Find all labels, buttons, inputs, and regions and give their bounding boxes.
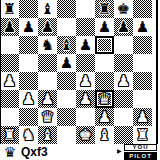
- square-g1[interactable]: [114, 126, 133, 144]
- square-b5[interactable]: [19, 54, 38, 72]
- piece-white-rook: ♜: [3, 126, 16, 144]
- square-h4[interactable]: [133, 72, 152, 90]
- square-b1[interactable]: ♞: [19, 126, 38, 144]
- piece-black-pawn: ♟: [41, 18, 54, 36]
- piece-black-queen: ♛: [98, 90, 111, 108]
- square-b2[interactable]: [19, 108, 38, 126]
- piece-black-pawn: ♟: [22, 18, 35, 36]
- square-h7[interactable]: ♟: [133, 18, 152, 36]
- square-c7[interactable]: ♟: [38, 18, 57, 36]
- square-a7[interactable]: ♟: [0, 18, 19, 36]
- square-e5[interactable]: [76, 54, 95, 72]
- square-f3[interactable]: ♛: [95, 90, 114, 108]
- square-b6[interactable]: [19, 36, 38, 54]
- piece-white-pawn: ♟: [22, 90, 35, 108]
- square-a2[interactable]: [0, 108, 19, 126]
- square-c4[interactable]: [38, 72, 57, 90]
- square-g8[interactable]: ♚: [114, 0, 133, 18]
- piece-white-king: ♚: [79, 126, 92, 144]
- chess-board[interactable]: ♜♝♜♚♟♟♟♟♟♟♞♝♟♟♟♟♟♟♟♟♛♛♟♟♜♞♝♚♝♜: [0, 0, 152, 144]
- piece-white-rook: ♜: [136, 126, 149, 144]
- piece-white-pawn: ♟: [136, 108, 149, 126]
- board-left-border: [0, 0, 1, 144]
- square-a3[interactable]: [0, 90, 19, 108]
- square-c6[interactable]: ♞: [38, 36, 57, 54]
- turn-indicator-arrow-icon: ▶: [117, 148, 122, 154]
- square-e8[interactable]: [76, 0, 95, 18]
- piece-white-pawn: ♟: [3, 72, 16, 90]
- square-a1[interactable]: ♜: [0, 126, 19, 144]
- piece-black-pawn: ♟: [3, 18, 16, 36]
- square-d6[interactable]: ♝: [57, 36, 76, 54]
- square-g5[interactable]: [114, 54, 133, 72]
- square-e4[interactable]: ♟: [76, 72, 95, 90]
- board-right-border: [156, 0, 158, 144]
- square-g2[interactable]: [114, 108, 133, 126]
- piece-black-pawn: ♟: [79, 36, 92, 54]
- square-f2[interactable]: ♟: [95, 108, 114, 126]
- square-h2[interactable]: ♟: [133, 108, 152, 126]
- square-g6[interactable]: [114, 36, 133, 54]
- last-move-text: Qxf3: [21, 145, 48, 159]
- square-a5[interactable]: [0, 54, 19, 72]
- square-b8[interactable]: [19, 0, 38, 18]
- square-a4[interactable]: ♟: [0, 72, 19, 90]
- piece-white-queen: ♛: [41, 108, 54, 126]
- square-h3[interactable]: [133, 90, 152, 108]
- square-c8[interactable]: ♝: [38, 0, 57, 18]
- square-f7[interactable]: ♟: [95, 18, 114, 36]
- square-c2[interactable]: ♛: [38, 108, 57, 126]
- square-h5[interactable]: [133, 54, 152, 72]
- palm-chess-screen: ♜♝♜♚♟♟♟♟♟♟♞♝♟♟♟♟♟♟♟♟♛♛♟♟♜♞♝♚♝♜ ♛ Qxf3 ▶ …: [0, 0, 160, 160]
- piece-white-bishop: ♝: [41, 126, 54, 144]
- piece-white-pawn: ♟: [41, 90, 54, 108]
- square-b3[interactable]: ♟: [19, 90, 38, 108]
- square-c1[interactable]: ♝: [38, 126, 57, 144]
- square-b7[interactable]: ♟: [19, 18, 38, 36]
- square-c5[interactable]: [38, 54, 57, 72]
- piece-black-bishop: ♝: [60, 36, 73, 54]
- piece-black-rook: ♜: [98, 0, 111, 18]
- square-e7[interactable]: [76, 18, 95, 36]
- black-queen-icon: ♛: [2, 144, 18, 160]
- piece-white-knight: ♞: [22, 126, 35, 144]
- piece-black-knight: ♞: [41, 36, 54, 54]
- player-you-button[interactable]: YOU: [124, 144, 157, 151]
- square-d7[interactable]: [57, 18, 76, 36]
- piece-white-pawn: ♟: [117, 72, 130, 90]
- piece-black-pawn: ♟: [136, 18, 149, 36]
- piece-white-bishop: ♝: [98, 126, 111, 144]
- square-f8[interactable]: ♜: [95, 0, 114, 18]
- square-e6[interactable]: ♟: [76, 36, 95, 54]
- square-d1[interactable]: [57, 126, 76, 144]
- square-e3[interactable]: ♟: [76, 90, 95, 108]
- square-f1[interactable]: ♝: [95, 126, 114, 144]
- square-f6[interactable]: [95, 36, 114, 54]
- piece-black-pawn: ♟: [117, 18, 130, 36]
- square-h8[interactable]: [133, 0, 152, 18]
- piece-white-pawn: ♟: [79, 72, 92, 90]
- piece-black-rook: ♜: [3, 0, 16, 18]
- player-pilot-button[interactable]: PILOT: [124, 152, 157, 160]
- square-f4[interactable]: [95, 72, 114, 90]
- square-a6[interactable]: [0, 36, 19, 54]
- square-g3[interactable]: [114, 90, 133, 108]
- piece-black-king: ♚: [117, 0, 130, 18]
- square-d4[interactable]: [57, 72, 76, 90]
- piece-black-bishop: ♝: [41, 0, 54, 18]
- square-c3[interactable]: ♟: [38, 90, 57, 108]
- piece-white-pawn: ♟: [79, 90, 92, 108]
- status-bar: ♛ Qxf3 ▶ YOU PILOT: [0, 144, 160, 160]
- square-f5[interactable]: [95, 54, 114, 72]
- square-d8[interactable]: [57, 0, 76, 18]
- square-h6[interactable]: [133, 36, 152, 54]
- square-b4[interactable]: [19, 72, 38, 90]
- square-d5[interactable]: ♟: [57, 54, 76, 72]
- piece-black-pawn: ♟: [60, 54, 73, 72]
- square-a8[interactable]: ♜: [0, 0, 19, 18]
- square-g4[interactable]: ♟: [114, 72, 133, 90]
- square-e2[interactable]: [76, 108, 95, 126]
- square-d3[interactable]: [57, 90, 76, 108]
- piece-white-pawn: ♟: [98, 108, 111, 126]
- square-g7[interactable]: ♟: [114, 18, 133, 36]
- square-e1[interactable]: ♚: [76, 126, 95, 144]
- piece-black-pawn: ♟: [98, 18, 111, 36]
- square-d2[interactable]: [57, 108, 76, 126]
- square-h1[interactable]: ♜: [133, 126, 152, 144]
